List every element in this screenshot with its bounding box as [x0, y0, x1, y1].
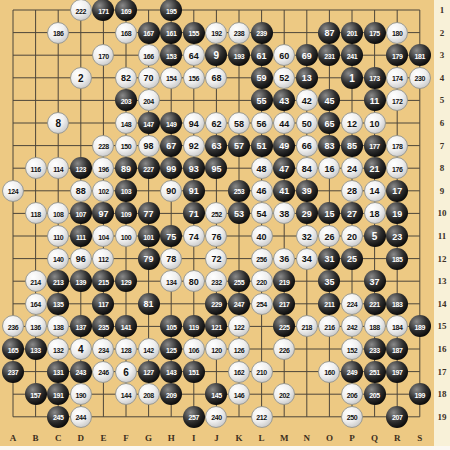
- move-number: 63: [211, 142, 221, 151]
- stone-M12[interactable]: 36: [273, 248, 295, 270]
- move-number: 215: [98, 278, 108, 285]
- move-number: 186: [53, 30, 63, 37]
- move-number: 120: [211, 346, 221, 353]
- stone-Q2[interactable]: 175: [364, 22, 386, 44]
- stone-Q7[interactable]: 177: [364, 135, 386, 157]
- stone-L14[interactable]: 254: [251, 293, 273, 315]
- stone-H17[interactable]: 143: [160, 361, 182, 383]
- row-label-7: 7: [434, 141, 450, 151]
- stone-C12[interactable]: 140: [47, 248, 69, 270]
- move-number: 131: [53, 369, 63, 376]
- move-number: 122: [234, 323, 244, 330]
- stone-H7[interactable]: 67: [160, 135, 182, 157]
- move-number: 61: [257, 51, 267, 60]
- stone-I7[interactable]: 92: [183, 135, 205, 157]
- move-number: 44: [279, 119, 289, 128]
- stone-S18[interactable]: 199: [409, 383, 431, 405]
- row-label-strip: [434, 0, 450, 450]
- move-number: 101: [143, 233, 153, 240]
- move-number: 90: [166, 187, 176, 196]
- move-number: 189: [415, 323, 425, 330]
- stone-G4[interactable]: 70: [138, 67, 160, 89]
- row-label-1: 1: [434, 5, 450, 15]
- move-number: 100: [121, 233, 131, 240]
- stone-F17[interactable]: 6: [115, 361, 137, 383]
- move-number: 81: [144, 300, 154, 309]
- stone-H9[interactable]: 90: [160, 180, 182, 202]
- move-number: 66: [302, 142, 312, 151]
- stone-P11[interactable]: 20: [341, 225, 363, 247]
- board-grid: [0, 0, 450, 450]
- stone-R2[interactable]: 180: [386, 22, 408, 44]
- stone-F16[interactable]: 128: [115, 338, 137, 360]
- stone-P9[interactable]: 28: [341, 180, 363, 202]
- stone-I8[interactable]: 93: [183, 157, 205, 179]
- stone-G11[interactable]: 101: [138, 225, 160, 247]
- stone-E12[interactable]: 112: [92, 248, 114, 270]
- stone-S4[interactable]: 230: [409, 67, 431, 89]
- move-number: 5: [372, 232, 378, 242]
- stone-A17[interactable]: 237: [2, 361, 24, 383]
- stone-R12[interactable]: 185: [386, 248, 408, 270]
- move-number: 141: [121, 323, 131, 330]
- stone-N4[interactable]: 13: [296, 67, 318, 89]
- move-number: 128: [121, 346, 131, 353]
- stone-D18[interactable]: 190: [70, 383, 92, 405]
- move-number: 244: [76, 414, 86, 421]
- stone-L6[interactable]: 56: [251, 112, 273, 134]
- stone-J12[interactable]: 72: [205, 248, 227, 270]
- move-number: 173: [369, 75, 379, 82]
- stone-K14[interactable]: 247: [228, 293, 250, 315]
- move-number: 19: [392, 209, 402, 218]
- move-number: 88: [76, 187, 86, 196]
- move-number: 232: [211, 278, 221, 285]
- move-number: 205: [369, 391, 379, 398]
- stone-E17[interactable]: 246: [92, 361, 114, 383]
- stone-H12[interactable]: 78: [160, 248, 182, 270]
- move-number: 254: [256, 301, 266, 308]
- move-number: 253: [234, 188, 244, 195]
- move-number: 133: [30, 346, 40, 353]
- move-number: 225: [279, 323, 289, 330]
- move-number: 53: [234, 209, 244, 218]
- move-number: 32: [302, 232, 312, 241]
- stone-Q15[interactable]: 188: [364, 315, 386, 337]
- stone-I9[interactable]: 91: [183, 180, 205, 202]
- stone-I13[interactable]: 80: [183, 270, 205, 292]
- stone-I17[interactable]: 151: [183, 361, 205, 383]
- move-number: 87: [324, 29, 334, 38]
- move-number: 36: [279, 255, 289, 264]
- move-number: 227: [143, 165, 153, 172]
- stone-B10[interactable]: 118: [25, 202, 47, 224]
- move-number: 15: [324, 209, 334, 218]
- move-number: 179: [392, 52, 402, 59]
- stone-K9[interactable]: 253: [228, 180, 250, 202]
- stone-B14[interactable]: 164: [25, 293, 47, 315]
- stone-L3[interactable]: 61: [251, 44, 273, 66]
- stone-P6[interactable]: 12: [341, 112, 363, 134]
- move-number: 129: [121, 278, 131, 285]
- move-number: 13: [302, 74, 312, 83]
- stone-F9[interactable]: 103: [115, 180, 137, 202]
- move-number: 241: [347, 52, 357, 59]
- move-number: 48: [257, 164, 267, 173]
- stone-G8[interactable]: 227: [138, 157, 160, 179]
- stone-I6[interactable]: 94: [183, 112, 205, 134]
- move-number: 10: [370, 119, 380, 128]
- move-number: 71: [189, 209, 199, 218]
- stone-R19[interactable]: 207: [386, 406, 408, 428]
- stone-Q16[interactable]: 233: [364, 338, 386, 360]
- stone-G18[interactable]: 208: [138, 383, 160, 405]
- stone-O12[interactable]: 31: [318, 248, 340, 270]
- stone-Q11[interactable]: 5: [364, 225, 386, 247]
- stone-G17[interactable]: 127: [138, 361, 160, 383]
- move-number: 168: [121, 30, 131, 37]
- stone-L9[interactable]: 46: [251, 180, 273, 202]
- stone-F2[interactable]: 168: [115, 22, 137, 44]
- move-number: 29: [302, 209, 312, 218]
- move-number: 154: [166, 75, 176, 82]
- column-label-H: H: [164, 433, 178, 443]
- move-number: 35: [324, 277, 334, 286]
- move-number: 169: [121, 7, 131, 14]
- stone-Q4[interactable]: 173: [364, 67, 386, 89]
- stone-S3[interactable]: 181: [409, 44, 431, 66]
- stone-C2[interactable]: 186: [47, 22, 69, 44]
- stone-F1[interactable]: 169: [115, 0, 137, 21]
- move-number: 228: [98, 143, 108, 150]
- move-number: 17: [392, 187, 402, 196]
- stone-B16[interactable]: 133: [25, 338, 47, 360]
- move-number: 201: [347, 30, 357, 37]
- move-number: 178: [392, 143, 402, 150]
- stone-K16[interactable]: 126: [228, 338, 250, 360]
- stone-I2[interactable]: 155: [183, 22, 205, 44]
- move-number: 12: [347, 119, 357, 128]
- column-label-K: K: [232, 433, 246, 443]
- move-number: 180: [392, 30, 402, 37]
- move-number: 187: [392, 346, 402, 353]
- column-label-C: C: [51, 433, 65, 443]
- move-number: 172: [392, 97, 402, 104]
- move-number: 257: [189, 414, 199, 421]
- stone-N7[interactable]: 66: [296, 135, 318, 157]
- move-number: 121: [211, 323, 221, 330]
- stone-K2[interactable]: 238: [228, 22, 250, 44]
- stone-D19[interactable]: 244: [70, 406, 92, 428]
- stone-G14[interactable]: 81: [138, 293, 160, 315]
- move-number: 34: [302, 255, 312, 264]
- stone-F11[interactable]: 100: [115, 225, 137, 247]
- move-number: 170: [98, 52, 108, 59]
- stone-H2[interactable]: 161: [160, 22, 182, 44]
- move-number: 68: [211, 74, 221, 83]
- stone-Q5[interactable]: 11: [364, 89, 386, 111]
- stone-P14[interactable]: 224: [341, 293, 363, 315]
- move-number: 206: [347, 391, 357, 398]
- move-number: 183: [392, 301, 402, 308]
- stone-P16[interactable]: 152: [341, 338, 363, 360]
- stone-D11[interactable]: 111: [70, 225, 92, 247]
- stone-L19[interactable]: 212: [251, 406, 273, 428]
- stone-L11[interactable]: 40: [251, 225, 273, 247]
- row-label-13: 13: [434, 276, 450, 286]
- move-number: 57: [234, 142, 244, 151]
- stone-R17[interactable]: 197: [386, 361, 408, 383]
- stone-Q10[interactable]: 18: [364, 202, 386, 224]
- stone-Q18[interactable]: 205: [364, 383, 386, 405]
- row-label-17: 17: [434, 367, 450, 377]
- move-number: 85: [347, 142, 357, 151]
- stone-O2[interactable]: 87: [318, 22, 340, 44]
- move-number: 126: [234, 346, 244, 353]
- move-number: 139: [76, 278, 86, 285]
- column-label-S: S: [413, 433, 427, 443]
- stone-L10[interactable]: 54: [251, 202, 273, 224]
- move-number: 140: [53, 256, 63, 263]
- stone-Q17[interactable]: 251: [364, 361, 386, 383]
- row-label-10: 10: [434, 208, 450, 218]
- stone-G16[interactable]: 142: [138, 338, 160, 360]
- column-label-A: A: [6, 433, 20, 443]
- stone-O7[interactable]: 83: [318, 135, 340, 157]
- stone-R4[interactable]: 174: [386, 67, 408, 89]
- move-number: 14: [370, 187, 380, 196]
- move-number: 161: [166, 30, 176, 37]
- move-number: 50: [302, 119, 312, 128]
- stone-B18[interactable]: 157: [25, 383, 47, 405]
- move-number: 112: [98, 256, 108, 263]
- move-number: 151: [189, 369, 199, 376]
- move-number: 11: [370, 96, 380, 105]
- go-board[interactable]: ABCDEFGHIJKLMNOPQRS123456789101112131415…: [0, 0, 450, 450]
- stone-Q14[interactable]: 221: [364, 293, 386, 315]
- move-number: 1: [349, 73, 355, 83]
- stone-L7[interactable]: 51: [251, 135, 273, 157]
- stone-K7[interactable]: 57: [228, 135, 250, 157]
- move-number: 164: [30, 301, 40, 308]
- move-number: 54: [257, 209, 267, 218]
- move-number: 231: [324, 52, 334, 59]
- move-number: 251: [369, 369, 379, 376]
- move-number: 135: [53, 301, 63, 308]
- stone-G7[interactable]: 98: [138, 135, 160, 157]
- move-number: 98: [144, 142, 154, 151]
- stone-E7[interactable]: 228: [92, 135, 114, 157]
- stone-I19[interactable]: 257: [183, 406, 205, 428]
- move-number: 28: [347, 187, 357, 196]
- move-number: 9: [214, 51, 220, 61]
- stone-D8[interactable]: 123: [70, 157, 92, 179]
- move-number: 226: [279, 346, 289, 353]
- row-label-6: 6: [434, 118, 450, 128]
- stone-B13[interactable]: 214: [25, 270, 47, 292]
- move-number: 155: [189, 30, 199, 37]
- stone-F4[interactable]: 82: [115, 67, 137, 89]
- stone-P17[interactable]: 249: [341, 361, 363, 383]
- move-number: 92: [189, 142, 199, 151]
- move-number: 93: [189, 164, 199, 173]
- move-number: 25: [347, 255, 357, 264]
- stone-N8[interactable]: 84: [296, 157, 318, 179]
- move-number: 31: [324, 255, 334, 264]
- move-number: 110: [53, 233, 63, 240]
- move-number: 230: [415, 75, 425, 82]
- move-number: 79: [144, 255, 154, 264]
- stone-H4[interactable]: 154: [160, 67, 182, 89]
- move-number: 195: [166, 7, 176, 14]
- move-number: 4: [78, 345, 84, 355]
- row-label-9: 9: [434, 186, 450, 196]
- stone-I4[interactable]: 156: [183, 67, 205, 89]
- stone-J7[interactable]: 63: [205, 135, 227, 157]
- stone-Q9[interactable]: 14: [364, 180, 386, 202]
- stone-C14[interactable]: 135: [47, 293, 69, 315]
- stone-J2[interactable]: 192: [205, 22, 227, 44]
- move-number: 149: [166, 120, 176, 127]
- move-number: 177: [369, 143, 379, 150]
- move-number: 69: [302, 51, 312, 60]
- move-number: 94: [189, 119, 199, 128]
- stone-M14[interactable]: 217: [273, 293, 295, 315]
- stone-N6[interactable]: 50: [296, 112, 318, 134]
- stone-D16[interactable]: 4: [70, 338, 92, 360]
- stone-D1[interactable]: 222: [70, 0, 92, 21]
- stone-D9[interactable]: 88: [70, 180, 92, 202]
- stone-R14[interactable]: 183: [386, 293, 408, 315]
- stone-M4[interactable]: 52: [273, 67, 295, 89]
- stone-Q13[interactable]: 37: [364, 270, 386, 292]
- stone-G10[interactable]: 77: [138, 202, 160, 224]
- move-number: 221: [369, 301, 379, 308]
- stone-D12[interactable]: 96: [70, 248, 92, 270]
- move-number: 222: [76, 7, 86, 14]
- stone-M7[interactable]: 49: [273, 135, 295, 157]
- move-number: 42: [302, 96, 312, 105]
- stone-N11[interactable]: 32: [296, 225, 318, 247]
- move-number: 51: [257, 142, 267, 151]
- stone-B15[interactable]: 136: [25, 315, 47, 337]
- stone-D13[interactable]: 139: [70, 270, 92, 292]
- stone-D17[interactable]: 243: [70, 361, 92, 383]
- column-label-O: O: [322, 433, 336, 443]
- move-number: 166: [143, 52, 153, 59]
- stone-N9[interactable]: 39: [296, 180, 318, 202]
- move-number: 237: [8, 369, 18, 376]
- stone-M9[interactable]: 41: [273, 180, 295, 202]
- stone-C19[interactable]: 245: [47, 406, 69, 428]
- stone-F6[interactable]: 148: [115, 112, 137, 134]
- stone-A9[interactable]: 124: [2, 180, 24, 202]
- stone-R7[interactable]: 178: [386, 135, 408, 157]
- column-label-I: I: [187, 433, 201, 443]
- stone-C17[interactable]: 131: [47, 361, 69, 383]
- stone-R9[interactable]: 17: [386, 180, 408, 202]
- stone-I3[interactable]: 64: [183, 44, 205, 66]
- stone-G5[interactable]: 204: [138, 89, 160, 111]
- stone-A16[interactable]: 165: [2, 338, 24, 360]
- move-number: 224: [347, 301, 357, 308]
- stone-N3[interactable]: 69: [296, 44, 318, 66]
- row-label-14: 14: [434, 299, 450, 309]
- move-number: 80: [189, 277, 199, 286]
- stone-Q6[interactable]: 10: [364, 112, 386, 134]
- stone-Q8[interactable]: 21: [364, 157, 386, 179]
- move-number: 144: [121, 391, 131, 398]
- stone-P4[interactable]: 1: [341, 67, 363, 89]
- stone-G3[interactable]: 166: [138, 44, 160, 66]
- stone-L4[interactable]: 59: [251, 67, 273, 89]
- move-number: 188: [369, 323, 379, 330]
- move-number: 145: [211, 391, 221, 398]
- stone-L8[interactable]: 48: [251, 157, 273, 179]
- stone-D4[interactable]: 2: [70, 67, 92, 89]
- row-label-8: 8: [434, 163, 450, 173]
- stone-L17[interactable]: 210: [251, 361, 273, 383]
- move-number: 95: [211, 164, 221, 173]
- move-number: 176: [392, 165, 402, 172]
- move-number: 243: [76, 369, 86, 376]
- stone-P2[interactable]: 201: [341, 22, 363, 44]
- stone-L12[interactable]: 256: [251, 248, 273, 270]
- stone-B8[interactable]: 116: [25, 157, 47, 179]
- stone-L5[interactable]: 55: [251, 89, 273, 111]
- stone-G2[interactable]: 167: [138, 22, 160, 44]
- move-number: 137: [76, 323, 86, 330]
- stone-N12[interactable]: 34: [296, 248, 318, 270]
- stone-I16[interactable]: 106: [183, 338, 205, 360]
- stone-O17[interactable]: 160: [318, 361, 340, 383]
- row-label-4: 4: [434, 73, 450, 83]
- move-number: 150: [121, 143, 131, 150]
- move-number: 8: [55, 119, 61, 129]
- stone-I11[interactable]: 74: [183, 225, 205, 247]
- move-number: 153: [166, 52, 176, 59]
- move-number: 23: [392, 232, 402, 241]
- move-number: 99: [166, 164, 176, 173]
- move-number: 171: [98, 7, 108, 14]
- row-label-15: 15: [434, 321, 450, 331]
- stone-F7[interactable]: 150: [115, 135, 137, 157]
- stone-P19[interactable]: 250: [341, 406, 363, 428]
- stone-P12[interactable]: 25: [341, 248, 363, 270]
- move-number: 21: [370, 164, 380, 173]
- stone-P7[interactable]: 85: [341, 135, 363, 157]
- move-number: 162: [234, 369, 244, 376]
- stone-K6[interactable]: 58: [228, 112, 250, 134]
- move-number: 2: [78, 73, 84, 83]
- move-number: 165: [8, 346, 18, 353]
- move-number: 199: [415, 391, 425, 398]
- stone-L2[interactable]: 239: [251, 22, 273, 44]
- move-number: 210: [256, 369, 266, 376]
- move-number: 146: [234, 391, 244, 398]
- move-number: 91: [189, 187, 199, 196]
- move-number: 108: [53, 210, 63, 217]
- stone-G6[interactable]: 147: [138, 112, 160, 134]
- stone-L13[interactable]: 220: [251, 270, 273, 292]
- stone-G12[interactable]: 79: [138, 248, 160, 270]
- move-number: 245: [53, 414, 63, 421]
- stone-K17[interactable]: 162: [228, 361, 250, 383]
- move-number: 6: [123, 367, 129, 377]
- column-label-F: F: [119, 433, 133, 443]
- move-number: 43: [279, 96, 289, 105]
- move-number: 38: [279, 209, 289, 218]
